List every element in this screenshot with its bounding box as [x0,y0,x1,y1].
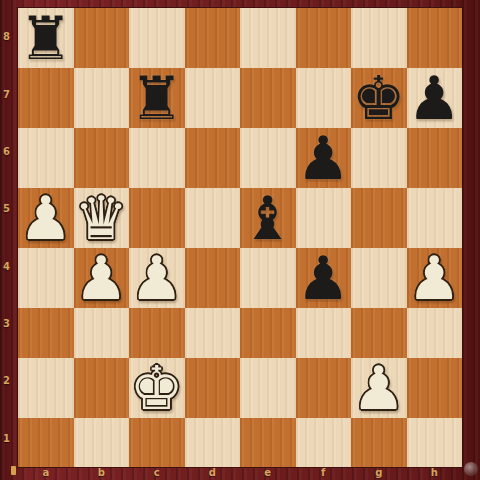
square-g4[interactable] [351,248,407,308]
square-a6[interactable] [18,128,74,188]
square-c6[interactable] [129,128,185,188]
white-pawn-b4[interactable]: ♟ [74,248,128,308]
square-a5[interactable]: ♟ [18,188,74,248]
watermark-logo-icon [464,462,478,476]
rank-label-5: 5 [0,180,18,237]
square-c5[interactable] [129,188,185,248]
white-queen-b5[interactable]: ♛ [74,188,128,248]
square-d7[interactable] [185,68,241,128]
white-pawn-a5[interactable]: ♟ [19,188,73,248]
rank-label-6: 6 [0,123,18,180]
square-h3[interactable] [407,308,463,358]
square-g5[interactable] [351,188,407,248]
square-c3[interactable] [129,308,185,358]
square-g1[interactable] [351,418,407,468]
file-label-d: d [185,466,241,479]
rank-label-7: 7 [0,65,18,122]
square-a7[interactable] [18,68,74,128]
black-pawn-h7[interactable]: ♟ [407,68,461,128]
square-a3[interactable] [18,308,74,358]
square-b4[interactable]: ♟ [74,248,130,308]
rank-label-2: 2 [0,352,18,409]
square-b2[interactable] [74,358,130,418]
white-pawn-c4[interactable]: ♟ [130,248,184,308]
square-d3[interactable] [185,308,241,358]
square-e7[interactable] [240,68,296,128]
square-f5[interactable] [296,188,352,248]
square-d2[interactable] [185,358,241,418]
square-h8[interactable] [407,8,463,68]
square-e8[interactable] [240,8,296,68]
white-pawn-g2[interactable]: ♟ [352,358,406,418]
white-pawn-h4[interactable]: ♟ [407,248,461,308]
square-b5[interactable]: ♛ [74,188,130,248]
square-g8[interactable] [351,8,407,68]
black-rook-a8[interactable]: ♜ [19,8,73,68]
square-b6[interactable] [74,128,130,188]
square-f4[interactable]: ♟ [296,248,352,308]
square-f8[interactable] [296,8,352,68]
black-rook-c7[interactable]: ♜ [130,68,184,128]
file-label-e: e [240,466,296,479]
black-king-g7[interactable]: ♚ [352,68,406,128]
square-h1[interactable] [407,418,463,468]
chess-diagram: ♜♜♚♟♟♟♛♝♟♟♟♟♚♟ 87654321 abcdefgh [0,0,480,480]
file-label-b: b [74,466,130,479]
square-d4[interactable] [185,248,241,308]
white-king-c2[interactable]: ♚ [130,358,184,418]
square-f6[interactable]: ♟ [296,128,352,188]
black-pawn-f6[interactable]: ♟ [296,128,350,188]
square-b3[interactable] [74,308,130,358]
square-e1[interactable] [240,418,296,468]
square-e3[interactable] [240,308,296,358]
square-h6[interactable] [407,128,463,188]
square-c2[interactable]: ♚ [129,358,185,418]
file-label-f: f [296,466,352,479]
black-pawn-f4[interactable]: ♟ [296,248,350,308]
file-label-a: a [18,466,74,479]
square-e2[interactable] [240,358,296,418]
square-c1[interactable] [129,418,185,468]
square-h7[interactable]: ♟ [407,68,463,128]
file-label-h: h [407,466,463,479]
square-e4[interactable] [240,248,296,308]
square-c8[interactable] [129,8,185,68]
rank-label-3: 3 [0,295,18,352]
square-h4[interactable]: ♟ [407,248,463,308]
black-bishop-e5[interactable]: ♝ [241,188,295,248]
square-b8[interactable] [74,8,130,68]
square-g7[interactable]: ♚ [351,68,407,128]
rank-labels: 87654321 [0,8,18,467]
board-frame: ♜♜♚♟♟♟♛♝♟♟♟♟♚♟ 87654321 abcdefgh [0,0,480,480]
square-e5[interactable]: ♝ [240,188,296,248]
corner-gold-mark [11,466,16,475]
square-h5[interactable] [407,188,463,248]
square-g6[interactable] [351,128,407,188]
square-c7[interactable]: ♜ [129,68,185,128]
square-b7[interactable] [74,68,130,128]
square-f7[interactable] [296,68,352,128]
square-c4[interactable]: ♟ [129,248,185,308]
rank-label-8: 8 [0,8,18,65]
square-g2[interactable]: ♟ [351,358,407,418]
square-d8[interactable] [185,8,241,68]
square-d1[interactable] [185,418,241,468]
square-f2[interactable] [296,358,352,418]
square-d5[interactable] [185,188,241,248]
square-a4[interactable] [18,248,74,308]
rank-label-1: 1 [0,410,18,467]
square-b1[interactable] [74,418,130,468]
square-a2[interactable] [18,358,74,418]
rank-label-4: 4 [0,238,18,295]
square-h2[interactable] [407,358,463,418]
file-label-c: c [129,466,185,479]
square-f1[interactable] [296,418,352,468]
square-d6[interactable] [185,128,241,188]
chess-board: ♜♜♚♟♟♟♛♝♟♟♟♟♚♟ [18,8,462,467]
file-labels: abcdefgh [18,466,462,479]
file-label-g: g [351,466,407,479]
square-e6[interactable] [240,128,296,188]
square-g3[interactable] [351,308,407,358]
square-a8[interactable]: ♜ [18,8,74,68]
square-f3[interactable] [296,308,352,358]
square-a1[interactable] [18,418,74,468]
